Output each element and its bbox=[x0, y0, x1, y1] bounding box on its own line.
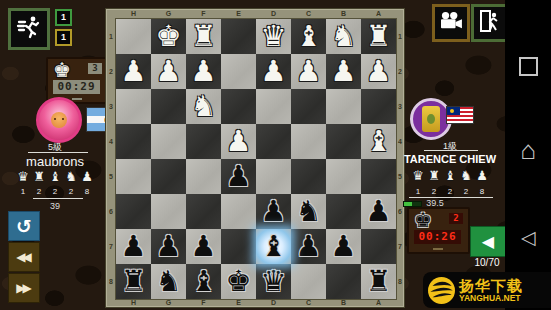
knight-count: 2 bbox=[63, 187, 79, 196]
board-squares-grid: ♚♜♛♝♞♜♟♟♟♟♟♟♟♞♟♝♟♟♞♟♟♟♟♝♟♟♜♞♝♚♛♜ bbox=[115, 18, 397, 300]
black-rook-h8: ♜ bbox=[116, 264, 151, 298]
square-a7[interactable] bbox=[361, 229, 396, 264]
black-clock-badge: 2 bbox=[449, 213, 463, 224]
square-d4[interactable] bbox=[256, 124, 291, 159]
divider bbox=[424, 150, 478, 151]
square-a8[interactable]: ♜ bbox=[361, 264, 396, 299]
square-h5[interactable] bbox=[116, 159, 151, 194]
forward-icon: ▶▶ bbox=[16, 281, 28, 295]
bishop-count: 2 bbox=[442, 187, 458, 196]
square-e2[interactable] bbox=[221, 54, 256, 89]
white-bishop-a4: ♝ bbox=[361, 124, 396, 158]
divider bbox=[28, 152, 88, 153]
rank-label-5: 5 bbox=[107, 159, 115, 194]
left-piece-counts-row: 1 2 2 2 8 bbox=[13, 187, 97, 196]
rook-icon: ♜ bbox=[426, 168, 442, 183]
square-b1[interactable]: ♞ bbox=[326, 19, 361, 54]
file-label-B: B bbox=[326, 299, 361, 307]
file-label-E: E bbox=[221, 10, 256, 18]
black-pawn-b7: ♟ bbox=[326, 229, 361, 263]
file-label-A: A bbox=[361, 10, 396, 18]
knight-count: 2 bbox=[458, 187, 474, 196]
rank-label-1: 1 bbox=[107, 19, 115, 54]
square-f8[interactable]: ♝ bbox=[186, 264, 221, 299]
exit-game-button[interactable] bbox=[471, 4, 509, 42]
left-piece-icons-row: ♛ ♜ ♝ ♞ ♟ bbox=[13, 169, 97, 184]
white-pawn-a2: ♟ bbox=[361, 54, 396, 88]
black-clock-time: 00:26 bbox=[414, 230, 461, 244]
square-h7[interactable]: ♟ bbox=[116, 229, 151, 264]
square-c5[interactable] bbox=[291, 159, 326, 194]
divider bbox=[33, 198, 83, 199]
clock-dash bbox=[72, 98, 82, 100]
right-player-grade: 1級 bbox=[400, 140, 500, 153]
rank-label-8: 8 bbox=[107, 264, 115, 299]
black-pawn-h7: ♟ bbox=[116, 229, 151, 263]
black-pawn-c7: ♟ bbox=[291, 229, 326, 263]
avatar-character-icon bbox=[51, 112, 67, 128]
pawn-icon: ♟ bbox=[474, 168, 490, 183]
square-b7[interactable]: ♟ bbox=[326, 229, 361, 264]
square-a5[interactable] bbox=[361, 159, 396, 194]
square-c3[interactable] bbox=[291, 89, 326, 124]
watermark-text: 扬华下载 YANGHUA.NET bbox=[459, 278, 523, 303]
square-f6[interactable] bbox=[186, 194, 221, 229]
square-g8[interactable]: ♞ bbox=[151, 264, 186, 299]
new-game-run-button[interactable] bbox=[8, 8, 50, 50]
knight-icon: ♞ bbox=[458, 168, 474, 183]
file-label-G: G bbox=[151, 299, 186, 307]
square-d2[interactable]: ♟ bbox=[256, 54, 291, 89]
square-g3[interactable] bbox=[151, 89, 186, 124]
flag-crescent-icon bbox=[450, 109, 454, 113]
square-d3[interactable] bbox=[256, 89, 291, 124]
black-rook-a8: ♜ bbox=[361, 264, 396, 298]
white-clock-badge: 3 bbox=[88, 63, 102, 74]
black-pawn-d6: ♟ bbox=[256, 194, 291, 228]
bishop-icon: ♝ bbox=[442, 168, 458, 183]
square-f3[interactable]: ♞ bbox=[186, 89, 221, 124]
white-pawn-c2: ♟ bbox=[291, 54, 326, 88]
queen-count: 1 bbox=[15, 187, 31, 196]
white-knight-b1: ♞ bbox=[326, 19, 361, 53]
rank-label-7: 7 bbox=[396, 229, 404, 264]
square-f4[interactable] bbox=[186, 124, 221, 159]
back-icon[interactable]: ◁ bbox=[516, 226, 540, 250]
file-label-C: C bbox=[291, 299, 326, 307]
black-knight-c6: ♞ bbox=[291, 194, 326, 228]
watermark-subtitle: YANGHUA.NET bbox=[459, 294, 523, 303]
square-d1[interactable]: ♛ bbox=[256, 19, 291, 54]
square-g1[interactable]: ♚ bbox=[151, 19, 186, 54]
white-clock-time: 00:29 bbox=[53, 80, 100, 94]
bishop-count: 2 bbox=[47, 187, 63, 196]
square-h1[interactable] bbox=[116, 19, 151, 54]
white-knight-f3: ♞ bbox=[186, 89, 221, 123]
recents-square-icon[interactable] bbox=[519, 57, 538, 76]
square-f1[interactable]: ♜ bbox=[186, 19, 221, 54]
square-b5[interactable] bbox=[326, 159, 361, 194]
square-b4[interactable] bbox=[326, 124, 361, 159]
right-piece-counts-row: 1 2 2 2 8 bbox=[408, 187, 492, 196]
black-knight-g8: ♞ bbox=[151, 264, 186, 298]
square-c1[interactable]: ♝ bbox=[291, 19, 326, 54]
chess-app-screen: 1 1 ♚ 3 00:29 5級 maubrons ♛ ♜ ♝ ♞ ♟ 1 2 … bbox=[0, 0, 551, 310]
rank-label-2: 2 bbox=[396, 54, 404, 89]
watermark-title: 扬华下载 bbox=[459, 278, 523, 294]
clock-dash bbox=[433, 248, 443, 250]
file-label-H: H bbox=[116, 299, 151, 307]
exit-door-run-icon bbox=[478, 9, 502, 37]
rank-label-2: 2 bbox=[107, 54, 115, 89]
queen-icon: ♛ bbox=[410, 168, 426, 183]
forward-button[interactable]: ▶▶ bbox=[8, 273, 40, 303]
square-h3[interactable] bbox=[116, 89, 151, 124]
square-b6[interactable] bbox=[326, 194, 361, 229]
left-player-name: maubrons bbox=[0, 154, 110, 169]
square-e8[interactable]: ♚ bbox=[221, 264, 256, 299]
rook-count: 2 bbox=[31, 187, 47, 196]
right-player-name: TARENCE CHIEW bbox=[398, 153, 502, 165]
yanghua-logo-icon bbox=[428, 277, 455, 304]
square-c2[interactable]: ♟ bbox=[291, 54, 326, 89]
square-d5[interactable] bbox=[256, 159, 291, 194]
rank-label-1: 1 bbox=[396, 19, 404, 54]
square-c8[interactable] bbox=[291, 264, 326, 299]
square-d6[interactable]: ♟ bbox=[256, 194, 291, 229]
black-bishop-d7: ♝ bbox=[256, 229, 291, 263]
record-video-button[interactable] bbox=[432, 4, 470, 42]
black-bishop-f8: ♝ bbox=[186, 264, 221, 298]
square-f7[interactable]: ♟ bbox=[186, 229, 221, 264]
white-king-clock-icon: ♚ bbox=[53, 59, 71, 81]
file-label-D: D bbox=[256, 10, 291, 18]
left-player-avatar[interactable] bbox=[36, 97, 82, 143]
square-c7[interactable]: ♟ bbox=[291, 229, 326, 264]
file-label-F: F bbox=[186, 299, 221, 307]
video-camera-icon bbox=[438, 11, 464, 35]
chess-board: HGFEDCBA HGFEDCBA 12345678 12345678 ♚♜♛♝… bbox=[105, 8, 405, 308]
knight-icon: ♞ bbox=[63, 169, 79, 184]
back-triangle-icon: ◀ bbox=[482, 232, 494, 251]
rewind-button[interactable]: ◀◀ bbox=[8, 242, 40, 272]
white-pawn-h2: ♟ bbox=[116, 54, 151, 88]
white-pawn-b2: ♟ bbox=[326, 54, 361, 88]
square-b2[interactable]: ♟ bbox=[326, 54, 361, 89]
file-label-G: G bbox=[151, 10, 186, 18]
square-g2[interactable]: ♟ bbox=[151, 54, 186, 89]
square-d8[interactable]: ♛ bbox=[256, 264, 291, 299]
counter-badge-green: 1 bbox=[55, 9, 72, 26]
square-a6[interactable]: ♟ bbox=[361, 194, 396, 229]
flip-undo-button[interactable]: ↺ bbox=[8, 211, 40, 241]
android-nav-bar: ⌂ ◁ bbox=[505, 0, 551, 310]
file-label-E: E bbox=[221, 299, 256, 307]
rank-label-3: 3 bbox=[107, 89, 115, 124]
square-h6[interactable] bbox=[116, 194, 151, 229]
square-a3[interactable] bbox=[361, 89, 396, 124]
rank-label-8: 8 bbox=[396, 264, 404, 299]
bishop-icon: ♝ bbox=[47, 169, 63, 184]
black-pawn-a6: ♟ bbox=[361, 194, 396, 228]
black-king-e8: ♚ bbox=[221, 264, 256, 298]
rank-label-7: 7 bbox=[107, 229, 115, 264]
home-icon[interactable]: ⌂ bbox=[514, 136, 542, 164]
square-g7[interactable]: ♟ bbox=[151, 229, 186, 264]
black-pawn-e5: ♟ bbox=[221, 159, 256, 193]
black-pawn-f7: ♟ bbox=[186, 229, 221, 263]
square-a4[interactable]: ♝ bbox=[361, 124, 396, 159]
square-e5[interactable]: ♟ bbox=[221, 159, 256, 194]
queen-count: 1 bbox=[410, 187, 426, 196]
square-g6[interactable] bbox=[151, 194, 186, 229]
rank-label-4: 4 bbox=[107, 124, 115, 159]
white-pawn-e4: ♟ bbox=[221, 124, 256, 158]
pawn-count: 8 bbox=[79, 187, 95, 196]
take-back-button[interactable]: ◀ bbox=[470, 226, 506, 257]
black-king-clock-icon: ♚ bbox=[414, 209, 432, 231]
white-pawn-g2: ♟ bbox=[151, 54, 186, 88]
square-e1[interactable] bbox=[221, 19, 256, 54]
counter-badge-gold: 1 bbox=[55, 29, 72, 46]
square-h8[interactable]: ♜ bbox=[116, 264, 151, 299]
pawn-icon: ♟ bbox=[79, 169, 95, 184]
white-bishop-c1: ♝ bbox=[291, 19, 326, 53]
square-g5[interactable] bbox=[151, 159, 186, 194]
square-e6[interactable] bbox=[221, 194, 256, 229]
white-queen-d1: ♛ bbox=[256, 19, 291, 53]
black-player-clock: ♚ 2 00:26 bbox=[407, 207, 470, 254]
square-h4[interactable] bbox=[116, 124, 151, 159]
white-king-g1: ♚ bbox=[151, 19, 186, 53]
rewind-icon: ◀◀ bbox=[16, 250, 28, 264]
black-pawn-g7: ♟ bbox=[151, 229, 186, 263]
square-e4[interactable]: ♟ bbox=[221, 124, 256, 159]
queen-icon: ♛ bbox=[15, 169, 31, 184]
avatar-character-icon bbox=[422, 106, 440, 132]
rotate-arrow-icon: ↺ bbox=[16, 216, 32, 236]
white-pawn-f2: ♟ bbox=[186, 54, 221, 88]
square-f2[interactable]: ♟ bbox=[186, 54, 221, 89]
file-label-B: B bbox=[326, 10, 361, 18]
rank-label-6: 6 bbox=[107, 194, 115, 229]
malaysia-flag-icon bbox=[446, 106, 474, 124]
file-label-F: F bbox=[186, 10, 221, 18]
black-queen-d8: ♛ bbox=[256, 264, 291, 298]
running-man-icon bbox=[16, 15, 42, 43]
white-rook-a1: ♜ bbox=[361, 19, 396, 53]
pawn-count: 8 bbox=[474, 187, 490, 196]
file-label-H: H bbox=[116, 10, 151, 18]
square-c6[interactable]: ♞ bbox=[291, 194, 326, 229]
square-d7[interactable]: ♝ bbox=[256, 229, 291, 264]
left-material-score: 39 bbox=[0, 201, 110, 211]
rook-icon: ♜ bbox=[31, 169, 47, 184]
right-piece-icons-row: ♛ ♜ ♝ ♞ ♟ bbox=[408, 168, 492, 183]
square-f5[interactable] bbox=[186, 159, 221, 194]
rank-label-3: 3 bbox=[396, 89, 404, 124]
square-a2[interactable]: ♟ bbox=[361, 54, 396, 89]
file-label-A: A bbox=[361, 299, 396, 307]
square-b3[interactable] bbox=[326, 89, 361, 124]
yanghua-watermark: 扬华下载 YANGHUA.NET bbox=[423, 272, 551, 308]
square-b8[interactable] bbox=[326, 264, 361, 299]
square-g4[interactable] bbox=[151, 124, 186, 159]
rook-count: 2 bbox=[426, 187, 442, 196]
file-label-D: D bbox=[256, 299, 291, 307]
square-c4[interactable] bbox=[291, 124, 326, 159]
file-label-C: C bbox=[291, 10, 326, 18]
square-h2[interactable]: ♟ bbox=[116, 54, 151, 89]
white-pawn-d2: ♟ bbox=[256, 54, 291, 88]
square-e7[interactable] bbox=[221, 229, 256, 264]
square-e3[interactable] bbox=[221, 89, 256, 124]
white-rook-f1: ♜ bbox=[186, 19, 221, 53]
square-a1[interactable]: ♜ bbox=[361, 19, 396, 54]
